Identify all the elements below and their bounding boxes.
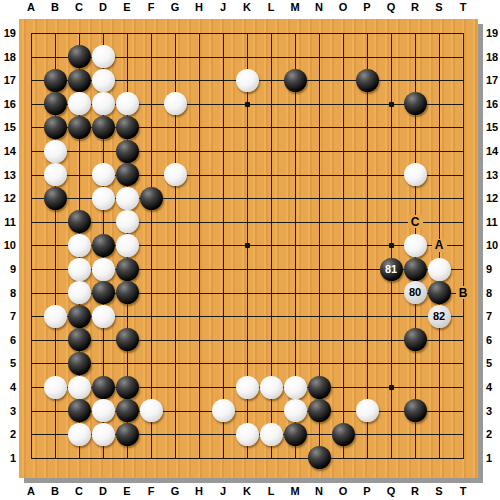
white-stone-D12[interactable] xyxy=(92,187,115,210)
coord-top-P: P xyxy=(355,1,379,13)
coord-right-4: 4 xyxy=(486,380,500,394)
coord-top-B: B xyxy=(43,1,67,13)
black-stone-B12[interactable] xyxy=(44,187,67,210)
white-stone-C16[interactable] xyxy=(68,92,91,115)
white-stone-S9[interactable] xyxy=(428,258,451,281)
black-stone-M2[interactable] xyxy=(284,423,307,446)
black-stone-E14[interactable] xyxy=(116,140,139,163)
coord-bottom-K: K xyxy=(235,485,259,497)
black-stone-B15[interactable] xyxy=(44,116,67,139)
white-stone-D7[interactable] xyxy=(92,305,115,328)
black-stone-E4[interactable] xyxy=(116,376,139,399)
coord-left-12: 12 xyxy=(0,191,16,205)
point-label-C[interactable]: C xyxy=(408,215,423,228)
white-stone-B14[interactable] xyxy=(44,140,67,163)
coord-right-1: 1 xyxy=(486,451,500,465)
white-stone-C2[interactable] xyxy=(68,423,91,446)
black-stone-C3[interactable] xyxy=(68,399,91,422)
black-stone-E6[interactable] xyxy=(116,328,139,351)
coord-right-11: 11 xyxy=(486,215,500,229)
coord-top-J: J xyxy=(211,1,235,13)
white-stone-M3[interactable] xyxy=(284,399,307,422)
black-stone-O2[interactable] xyxy=(332,423,355,446)
coord-left-18: 18 xyxy=(0,50,16,64)
white-stone-K4[interactable] xyxy=(236,376,259,399)
white-stone-R10[interactable] xyxy=(404,234,427,257)
white-stone-C4[interactable] xyxy=(68,376,91,399)
star-point xyxy=(389,102,394,107)
white-stone-G13[interactable] xyxy=(164,163,187,186)
black-stone-D10[interactable] xyxy=(92,234,115,257)
coord-right-7: 7 xyxy=(486,309,500,323)
black-stone-C17[interactable] xyxy=(68,69,91,92)
coord-left-9: 9 xyxy=(0,262,16,276)
coord-left-17: 17 xyxy=(0,73,16,87)
black-stone-E8[interactable] xyxy=(116,281,139,304)
white-stone-C9[interactable] xyxy=(68,258,91,281)
grid-line-horizontal xyxy=(31,458,464,459)
black-stone-C5[interactable] xyxy=(68,352,91,375)
coord-top-S: S xyxy=(427,1,451,13)
coord-right-18: 18 xyxy=(486,50,500,64)
coord-bottom-D: D xyxy=(91,485,115,497)
coord-left-5: 5 xyxy=(0,356,16,370)
coord-left-19: 19 xyxy=(0,26,16,40)
coord-right-19: 19 xyxy=(486,26,500,40)
coord-bottom-C: C xyxy=(67,485,91,497)
white-stone-G16[interactable] xyxy=(164,92,187,115)
coord-bottom-N: N xyxy=(307,485,331,497)
coord-bottom-H: H xyxy=(187,485,211,497)
black-stone-C18[interactable] xyxy=(68,45,91,68)
coord-bottom-B: B xyxy=(43,485,67,497)
black-stone-N4[interactable] xyxy=(308,376,331,399)
coord-right-15: 15 xyxy=(486,120,500,134)
coord-left-14: 14 xyxy=(0,144,16,158)
coord-right-9: 9 xyxy=(486,262,500,276)
white-stone-P3[interactable] xyxy=(356,399,379,422)
coord-left-2: 2 xyxy=(0,427,16,441)
coord-right-12: 12 xyxy=(486,191,500,205)
black-stone-D4[interactable] xyxy=(92,376,115,399)
white-stone-E10[interactable] xyxy=(116,234,139,257)
coord-bottom-J: J xyxy=(211,485,235,497)
black-stone-P17[interactable] xyxy=(356,69,379,92)
coord-left-7: 7 xyxy=(0,309,16,323)
black-stone-R16[interactable] xyxy=(404,92,427,115)
coord-top-A: A xyxy=(19,1,43,13)
black-stone-D8[interactable] xyxy=(92,281,115,304)
white-stone-L4[interactable] xyxy=(260,376,283,399)
grid-line-horizontal xyxy=(31,363,464,364)
white-stone-E11[interactable] xyxy=(116,210,139,233)
white-stone-D17[interactable] xyxy=(92,69,115,92)
white-stone-move-82-S7[interactable]: 82 xyxy=(428,305,451,328)
coord-bottom-G: G xyxy=(163,485,187,497)
coord-top-C: C xyxy=(67,1,91,13)
black-stone-M17[interactable] xyxy=(284,69,307,92)
black-stone-E13[interactable] xyxy=(116,163,139,186)
black-stone-C11[interactable] xyxy=(68,210,91,233)
white-stone-R13[interactable] xyxy=(404,163,427,186)
coord-right-6: 6 xyxy=(486,333,500,347)
white-stone-D3[interactable] xyxy=(92,399,115,422)
coord-right-3: 3 xyxy=(486,404,500,418)
coord-right-16: 16 xyxy=(486,97,500,111)
point-label-B[interactable]: B xyxy=(456,286,471,299)
white-stone-D18[interactable] xyxy=(92,45,115,68)
coord-top-E: E xyxy=(115,1,139,13)
white-stone-D16[interactable] xyxy=(92,92,115,115)
black-stone-E2[interactable] xyxy=(116,423,139,446)
white-stone-B13[interactable] xyxy=(44,163,67,186)
black-stone-E9[interactable] xyxy=(116,258,139,281)
coord-top-M: M xyxy=(283,1,307,13)
black-stone-E15[interactable] xyxy=(116,116,139,139)
grid-line-horizontal xyxy=(31,340,464,341)
coord-left-15: 15 xyxy=(0,120,16,134)
coord-right-17: 17 xyxy=(486,73,500,87)
coord-left-11: 11 xyxy=(0,215,16,229)
star-point xyxy=(245,243,250,248)
coord-left-10: 10 xyxy=(0,238,16,252)
black-stone-R6[interactable] xyxy=(404,328,427,351)
coord-bottom-O: O xyxy=(331,485,355,497)
black-stone-E3[interactable] xyxy=(116,399,139,422)
coord-top-R: R xyxy=(403,1,427,13)
coord-left-13: 13 xyxy=(0,168,16,182)
white-stone-K17[interactable] xyxy=(236,69,259,92)
coord-left-16: 16 xyxy=(0,97,16,111)
coord-left-3: 3 xyxy=(0,404,16,418)
black-stone-S8[interactable] xyxy=(428,281,451,304)
black-stone-C6[interactable] xyxy=(68,328,91,351)
white-stone-E16[interactable] xyxy=(116,92,139,115)
white-stone-move-80-R8[interactable]: 80 xyxy=(404,281,427,304)
coord-right-14: 14 xyxy=(486,144,500,158)
white-stone-K2[interactable] xyxy=(236,423,259,446)
star-point xyxy=(389,385,394,390)
black-stone-D15[interactable] xyxy=(92,116,115,139)
white-stone-M4[interactable] xyxy=(284,376,307,399)
coord-bottom-P: P xyxy=(355,485,379,497)
coord-right-5: 5 xyxy=(486,356,500,370)
coord-left-6: 6 xyxy=(0,333,16,347)
coord-right-13: 13 xyxy=(486,168,500,182)
white-stone-B4[interactable] xyxy=(44,376,67,399)
black-stone-B16[interactable] xyxy=(44,92,67,115)
coord-bottom-L: L xyxy=(259,485,283,497)
coord-bottom-T: T xyxy=(451,485,475,497)
coord-top-T: T xyxy=(451,1,475,13)
black-stone-C15[interactable] xyxy=(68,116,91,139)
white-stone-D9[interactable] xyxy=(92,258,115,281)
coord-top-K: K xyxy=(235,1,259,13)
black-stone-N3[interactable] xyxy=(308,399,331,422)
goban[interactable]: 818082ABC xyxy=(19,19,478,478)
coord-top-L: L xyxy=(259,1,283,13)
white-stone-L2[interactable] xyxy=(260,423,283,446)
coord-bottom-E: E xyxy=(115,485,139,497)
white-stone-J3[interactable] xyxy=(212,399,235,422)
coord-top-Q: Q xyxy=(379,1,403,13)
white-stone-D13[interactable] xyxy=(92,163,115,186)
black-stone-B17[interactable] xyxy=(44,69,67,92)
coord-bottom-M: M xyxy=(283,485,307,497)
black-stone-R3[interactable] xyxy=(404,399,427,422)
coord-bottom-Q: Q xyxy=(379,485,403,497)
black-stone-C7[interactable] xyxy=(68,305,91,328)
coord-right-8: 8 xyxy=(486,286,500,300)
black-stone-F12[interactable] xyxy=(140,187,163,210)
coord-bottom-R: R xyxy=(403,485,427,497)
white-stone-D2[interactable] xyxy=(92,423,115,446)
white-stone-C8[interactable] xyxy=(68,281,91,304)
star-point xyxy=(389,243,394,248)
white-stone-F3[interactable] xyxy=(140,399,163,422)
coord-top-F: F xyxy=(139,1,163,13)
coord-top-O: O xyxy=(331,1,355,13)
black-stone-R9[interactable] xyxy=(404,258,427,281)
point-label-A[interactable]: A xyxy=(432,239,447,252)
star-point xyxy=(245,102,250,107)
coord-top-N: N xyxy=(307,1,331,13)
go-board-screenshot: 818082ABC AABBCCDDEEFFGGHHJJKKLLMMNNOOPP… xyxy=(0,0,500,500)
coord-top-H: H xyxy=(187,1,211,13)
white-stone-C10[interactable] xyxy=(68,234,91,257)
coord-left-8: 8 xyxy=(0,286,16,300)
coord-top-D: D xyxy=(91,1,115,13)
coord-right-2: 2 xyxy=(486,427,500,441)
coord-left-1: 1 xyxy=(0,451,16,465)
white-stone-B7[interactable] xyxy=(44,305,67,328)
grid-line-horizontal xyxy=(31,33,464,34)
coord-top-G: G xyxy=(163,1,187,13)
coord-bottom-S: S xyxy=(427,485,451,497)
grid-line-horizontal xyxy=(31,222,464,223)
black-stone-N1[interactable] xyxy=(308,446,331,469)
coord-bottom-F: F xyxy=(139,485,163,497)
coord-left-4: 4 xyxy=(0,380,16,394)
white-stone-E12[interactable] xyxy=(116,187,139,210)
grid-line-horizontal xyxy=(31,151,464,152)
coord-bottom-A: A xyxy=(19,485,43,497)
black-stone-move-81-Q9[interactable]: 81 xyxy=(380,258,403,281)
coord-right-10: 10 xyxy=(486,238,500,252)
